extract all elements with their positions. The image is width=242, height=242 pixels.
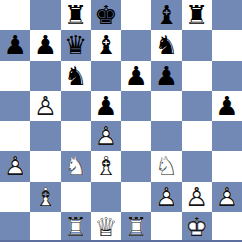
- square-e8[interactable]: [121, 0, 151, 30]
- white-knight[interactable]: ♞♘: [151, 151, 181, 181]
- white-pawn[interactable]: ♟♙: [151, 182, 181, 212]
- black-pawn-icon: ♟: [30, 30, 60, 60]
- square-h2[interactable]: ♟♙: [212, 182, 242, 212]
- square-b2[interactable]: ♝♗: [30, 182, 60, 212]
- black-bishop-icon: ♝: [151, 0, 181, 30]
- square-e2[interactable]: [121, 182, 151, 212]
- square-g4[interactable]: [182, 121, 212, 151]
- square-g2[interactable]: ♟♙: [182, 182, 212, 212]
- white-pawn-outline-icon: ♙: [182, 182, 212, 212]
- square-d8[interactable]: ♚: [91, 0, 121, 30]
- black-pawn[interactable]: ♟: [151, 61, 181, 91]
- square-h8[interactable]: [212, 0, 242, 30]
- square-f6[interactable]: ♟: [151, 61, 181, 91]
- black-pawn[interactable]: ♟: [30, 30, 60, 60]
- square-f4[interactable]: [151, 121, 181, 151]
- white-pawn-outline-icon: ♙: [212, 182, 242, 212]
- square-f2[interactable]: ♟♙: [151, 182, 181, 212]
- square-b5[interactable]: ♟♙: [30, 91, 60, 121]
- square-b1[interactable]: [30, 212, 60, 242]
- square-a8[interactable]: [0, 0, 30, 30]
- square-a7[interactable]: ♟: [0, 30, 30, 60]
- black-rook[interactable]: ♜: [61, 0, 91, 30]
- square-c1[interactable]: ♜♖: [61, 212, 91, 242]
- black-pawn[interactable]: ♟: [121, 61, 151, 91]
- black-rook-icon: ♜: [61, 0, 91, 30]
- white-knight-outline-icon: ♘: [61, 151, 91, 181]
- white-king-outline-icon: ♔: [182, 212, 212, 242]
- square-d2[interactable]: [91, 182, 121, 212]
- square-a1[interactable]: [0, 212, 30, 242]
- square-f7[interactable]: ♞: [151, 30, 181, 60]
- white-knight-outline-icon: ♘: [151, 151, 181, 181]
- square-b7[interactable]: ♟: [30, 30, 60, 60]
- black-pawn-icon: ♟: [121, 61, 151, 91]
- square-f3[interactable]: ♞♘: [151, 151, 181, 181]
- square-h6[interactable]: [212, 61, 242, 91]
- square-e7[interactable]: [121, 30, 151, 60]
- chess-board: ♜♚♝♜♟♟♛♝♞♞♟♟♟♙♟♟♟♙♟♙♞♘♝♗♞♘♝♗♟♙♟♙♟♙♜♖♛♕♜♖…: [0, 0, 242, 242]
- square-b8[interactable]: [30, 0, 60, 30]
- square-g8[interactable]: ♜: [182, 0, 212, 30]
- square-b6[interactable]: [30, 61, 60, 91]
- square-d6[interactable]: [91, 61, 121, 91]
- black-pawn-icon: ♟: [0, 30, 30, 60]
- square-g6[interactable]: [182, 61, 212, 91]
- square-c2[interactable]: [61, 182, 91, 212]
- white-pawn[interactable]: ♟♙: [30, 91, 60, 121]
- black-king-icon: ♚: [91, 0, 121, 30]
- square-c3[interactable]: ♞♘: [61, 151, 91, 181]
- white-bishop[interactable]: ♝♗: [91, 151, 121, 181]
- black-bishop[interactable]: ♝: [151, 0, 181, 30]
- square-a6[interactable]: [0, 61, 30, 91]
- square-h5[interactable]: ♟: [212, 91, 242, 121]
- square-f1[interactable]: [151, 212, 181, 242]
- square-a5[interactable]: [0, 91, 30, 121]
- square-g1[interactable]: ♚♔: [182, 212, 212, 242]
- square-f5[interactable]: [151, 91, 181, 121]
- square-e6[interactable]: ♟: [121, 61, 151, 91]
- black-knight-icon: ♞: [61, 61, 91, 91]
- black-pawn-icon: ♟: [151, 61, 181, 91]
- square-h1[interactable]: [212, 212, 242, 242]
- white-pawn[interactable]: ♟♙: [182, 182, 212, 212]
- white-bishop[interactable]: ♝♗: [30, 182, 60, 212]
- square-c7[interactable]: ♛: [61, 30, 91, 60]
- black-knight[interactable]: ♞: [61, 61, 91, 91]
- white-rook-outline-icon: ♖: [61, 212, 91, 242]
- white-bishop-outline-icon: ♗: [91, 151, 121, 181]
- white-pawn-outline-icon: ♙: [151, 182, 181, 212]
- square-c6[interactable]: ♞: [61, 61, 91, 91]
- black-rook-icon: ♜: [182, 0, 212, 30]
- white-pawn-outline-icon: ♙: [91, 121, 121, 151]
- white-rook[interactable]: ♜♖: [121, 212, 151, 242]
- square-d1[interactable]: ♛♕: [91, 212, 121, 242]
- square-c5[interactable]: [61, 91, 91, 121]
- white-rook-outline-icon: ♖: [121, 212, 151, 242]
- white-knight[interactable]: ♞♘: [61, 151, 91, 181]
- square-b3[interactable]: [30, 151, 60, 181]
- black-pawn[interactable]: ♟: [212, 91, 242, 121]
- square-e4[interactable]: [121, 121, 151, 151]
- square-e3[interactable]: [121, 151, 151, 181]
- square-f8[interactable]: ♝: [151, 0, 181, 30]
- white-pawn-outline-icon: ♙: [0, 151, 30, 181]
- black-pawn[interactable]: ♟: [91, 91, 121, 121]
- black-queen-icon: ♛: [61, 30, 91, 60]
- black-king[interactable]: ♚: [91, 0, 121, 30]
- square-h3[interactable]: [212, 151, 242, 181]
- black-knight[interactable]: ♞: [151, 30, 181, 60]
- black-rook[interactable]: ♜: [182, 0, 212, 30]
- white-pawn[interactable]: ♟♙: [0, 151, 30, 181]
- square-h4[interactable]: [212, 121, 242, 151]
- square-e1[interactable]: ♜♖: [121, 212, 151, 242]
- white-pawn[interactable]: ♟♙: [91, 121, 121, 151]
- white-rook[interactable]: ♜♖: [61, 212, 91, 242]
- white-pawn-outline-icon: ♙: [30, 91, 60, 121]
- black-pawn-icon: ♟: [212, 91, 242, 121]
- black-bishop-icon: ♝: [91, 30, 121, 60]
- black-queen[interactable]: ♛: [61, 30, 91, 60]
- square-c8[interactable]: ♜: [61, 0, 91, 30]
- square-d5[interactable]: ♟: [91, 91, 121, 121]
- white-king[interactable]: ♚♔: [182, 212, 212, 242]
- white-queen-outline-icon: ♕: [91, 212, 121, 242]
- square-e5[interactable]: [121, 91, 151, 121]
- white-queen[interactable]: ♛♕: [91, 212, 121, 242]
- square-g3[interactable]: [182, 151, 212, 181]
- black-pawn-icon: ♟: [91, 91, 121, 121]
- square-g7[interactable]: [182, 30, 212, 60]
- square-d3[interactable]: ♝♗: [91, 151, 121, 181]
- square-a4[interactable]: [0, 121, 30, 151]
- black-pawn[interactable]: ♟: [0, 30, 30, 60]
- square-d7[interactable]: ♝: [91, 30, 121, 60]
- square-h7[interactable]: [212, 30, 242, 60]
- square-a3[interactable]: ♟♙: [0, 151, 30, 181]
- square-b4[interactable]: [30, 121, 60, 151]
- square-a2[interactable]: [0, 182, 30, 212]
- white-bishop-outline-icon: ♗: [30, 182, 60, 212]
- square-d4[interactable]: ♟♙: [91, 121, 121, 151]
- square-c4[interactable]: [61, 121, 91, 151]
- square-g5[interactable]: [182, 91, 212, 121]
- black-bishop[interactable]: ♝: [91, 30, 121, 60]
- white-pawn[interactable]: ♟♙: [212, 182, 242, 212]
- black-knight-icon: ♞: [151, 30, 181, 60]
